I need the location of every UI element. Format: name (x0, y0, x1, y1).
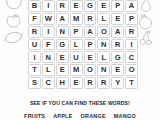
grid-cell[interactable]: R (28, 26, 41, 38)
grid-cell[interactable]: G (56, 39, 69, 51)
grid-cell[interactable]: U (70, 51, 83, 63)
grid-cell[interactable]: E (56, 51, 69, 63)
grid-cell[interactable]: A (125, 0, 138, 12)
grid-cell[interactable]: E (97, 0, 110, 12)
grid-cell[interactable]: Y (111, 77, 124, 89)
grid-cell[interactable]: T (28, 64, 41, 76)
lemon-icon (3, 30, 24, 45)
grid-cell[interactable]: L (70, 39, 83, 51)
grid-cell[interactable]: N (42, 51, 55, 63)
orange-icon (137, 13, 154, 30)
grid-cell[interactable]: W (42, 13, 55, 25)
grid-cell[interactable]: M (70, 64, 83, 76)
grid-cell[interactable]: R (125, 26, 138, 38)
word-list: FRUITSAPPLEORANGEMANGO (0, 113, 160, 119)
grid-cell[interactable]: E (70, 77, 83, 89)
grid-cell[interactable]: N (56, 26, 69, 38)
grid-cell[interactable]: R (84, 77, 97, 89)
grid-cell[interactable]: E (111, 64, 124, 76)
grid-cell[interactable]: C (42, 77, 55, 89)
grid-cell[interactable]: L (97, 13, 110, 25)
apple-icon (5, 12, 22, 29)
grid-cell[interactable]: I (42, 0, 55, 12)
grid-cell[interactable]: P (70, 26, 83, 38)
word-list-item: APPLE (53, 113, 72, 119)
word-grid: BIREGEPAFWAMRLEPRINPAOARUFGLPNRIINEUELGC… (28, 0, 138, 89)
grid-cell[interactable]: P (84, 39, 97, 51)
grid-cell[interactable]: F (28, 13, 41, 25)
pear-icon (138, 0, 154, 13)
grid-cell[interactable]: R (84, 13, 97, 25)
word-list-item: ORANGE (80, 113, 105, 119)
grid-cell[interactable]: T (125, 77, 138, 89)
grid-cell[interactable]: R (97, 77, 110, 89)
grid-cell[interactable]: U (28, 39, 41, 51)
grid-cell[interactable]: P (111, 0, 124, 12)
apple-icon (4, 0, 24, 10)
grid-cell[interactable]: C (125, 51, 138, 63)
caption: SEE IF YOU CAN FIND THESE WORDS! (0, 100, 160, 106)
grid-cell[interactable]: P (125, 13, 138, 25)
grid-cell[interactable]: R (111, 39, 124, 51)
grid-cell[interactable]: B (28, 0, 41, 12)
grid-cell[interactable]: O (125, 64, 138, 76)
grid-cell[interactable]: I (125, 39, 138, 51)
grid-cell[interactable]: A (111, 26, 124, 38)
grid-cell[interactable]: F (42, 39, 55, 51)
grid-cell[interactable]: O (97, 26, 110, 38)
grid-cell[interactable]: G (111, 51, 124, 63)
grid-cell[interactable]: S (28, 77, 41, 89)
grid-cell[interactable]: L (42, 64, 55, 76)
cherries-icon (138, 30, 153, 46)
worksheet-page: BIREGEPAFWAMRLEPRINPAOARUFGLPNRIINEUELGC… (0, 0, 160, 120)
grid-cell[interactable]: A (56, 13, 69, 25)
grid-cell[interactable]: N (97, 39, 110, 51)
word-list-item: FRUITS (24, 113, 45, 119)
grid-cell[interactable]: O (84, 64, 97, 76)
grid-cell[interactable]: A (84, 26, 97, 38)
grid-cell[interactable]: L (97, 51, 110, 63)
grid-cell[interactable]: E (56, 64, 69, 76)
grid-cell[interactable]: E (84, 51, 97, 63)
grid-cell[interactable]: R (56, 0, 69, 12)
grid-cell[interactable]: E (70, 0, 83, 12)
grid-cell[interactable]: I (28, 51, 41, 63)
word-list-item: MANGO (114, 113, 136, 119)
grid-cell[interactable]: G (84, 0, 97, 12)
grid-cell[interactable]: H (56, 77, 69, 89)
grid-cell[interactable]: I (42, 26, 55, 38)
grid-cell[interactable]: M (70, 13, 83, 25)
grid-cell[interactable]: E (111, 13, 124, 25)
grid-cell[interactable]: N (97, 64, 110, 76)
